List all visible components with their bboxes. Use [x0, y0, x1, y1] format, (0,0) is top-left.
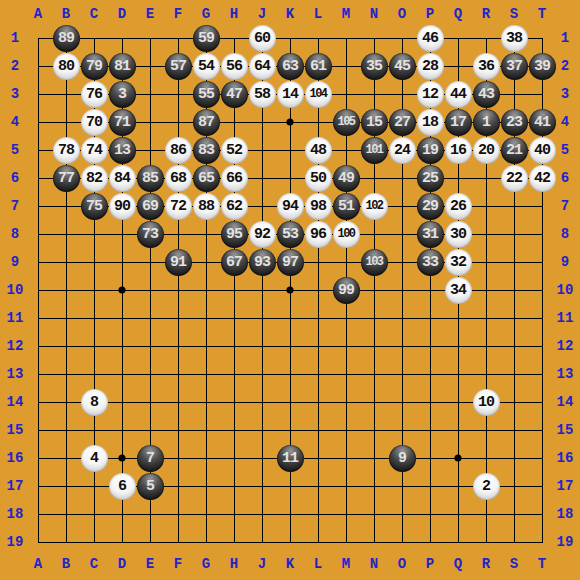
stone-white-L8[interactable]: 96: [305, 221, 332, 248]
stone-move-number: 63: [282, 59, 298, 74]
stone-white-R17[interactable]: 2: [473, 473, 500, 500]
stone-white-Q3[interactable]: 44: [445, 81, 472, 108]
col-label-bottom-A: A: [24, 556, 52, 572]
stone-move-number: 16: [450, 143, 466, 158]
go-board-diagram: AABBCCDDEEFFGGHHJJKKLLMMNNOOPPQQRRSSTT11…: [0, 0, 580, 580]
stone-white-D6[interactable]: 84: [109, 165, 136, 192]
stone-black-E8[interactable]: 73: [137, 221, 164, 248]
stone-move-number: 61: [310, 59, 326, 74]
stone-move-number: 104: [309, 88, 326, 100]
stone-move-number: 87: [198, 115, 214, 130]
col-label-bottom-O: O: [388, 556, 416, 572]
stone-black-D4[interactable]: 71: [109, 109, 136, 136]
stone-move-number: 4: [90, 451, 98, 466]
stone-black-H3[interactable]: 47: [221, 81, 248, 108]
stone-white-C14[interactable]: 8: [81, 389, 108, 416]
col-label-bottom-G: G: [192, 556, 220, 572]
col-label-top-Q: Q: [444, 6, 472, 22]
stone-move-number: 90: [114, 199, 130, 214]
stone-move-number: 92: [254, 227, 270, 242]
stone-move-number: 6: [118, 479, 126, 494]
col-label-top-D: D: [108, 6, 136, 22]
stone-move-number: 85: [142, 171, 158, 186]
stone-white-H2[interactable]: 56: [221, 53, 248, 80]
stone-move-number: 71: [114, 115, 130, 130]
stone-white-P2[interactable]: 28: [417, 53, 444, 80]
stone-black-T2[interactable]: 39: [529, 53, 556, 80]
stone-black-O4[interactable]: 27: [389, 109, 416, 136]
stone-move-number: 101: [365, 144, 382, 156]
stone-move-number: 44: [450, 87, 466, 102]
stone-move-number: 27: [394, 115, 410, 130]
col-label-top-L: L: [304, 6, 332, 22]
stone-black-M4[interactable]: 105: [333, 109, 360, 136]
stones-layer: 1234567891011121314151617181920212223242…: [24, 24, 556, 556]
stone-black-K16[interactable]: 11: [277, 445, 304, 472]
stone-move-number: 39: [534, 59, 550, 74]
stone-move-number: 20: [478, 143, 494, 158]
stone-move-number: 2: [482, 479, 490, 494]
stone-white-K3[interactable]: 14: [277, 81, 304, 108]
stone-white-O5[interactable]: 24: [389, 137, 416, 164]
stone-black-S2[interactable]: 37: [501, 53, 528, 80]
stone-white-G7[interactable]: 88: [193, 193, 220, 220]
col-label-bottom-P: P: [416, 556, 444, 572]
stone-black-F9[interactable]: 91: [165, 249, 192, 276]
stone-black-E17[interactable]: 5: [137, 473, 164, 500]
stone-move-number: 29: [422, 199, 438, 214]
col-label-bottom-N: N: [360, 556, 388, 572]
stone-white-F7[interactable]: 72: [165, 193, 192, 220]
stone-move-number: 105: [337, 116, 354, 128]
stone-black-G4[interactable]: 87: [193, 109, 220, 136]
stone-move-number: 96: [310, 227, 326, 242]
stone-black-T4[interactable]: 41: [529, 109, 556, 136]
stone-move-number: 89: [58, 31, 74, 46]
stone-move-number: 79: [86, 59, 102, 74]
stone-black-D2[interactable]: 81: [109, 53, 136, 80]
stone-white-P1[interactable]: 46: [417, 25, 444, 52]
stone-move-number: 45: [394, 59, 410, 74]
stone-black-C7[interactable]: 75: [81, 193, 108, 220]
col-label-bottom-R: R: [472, 556, 500, 572]
stone-move-number: 78: [58, 143, 74, 158]
stone-white-B2[interactable]: 80: [53, 53, 80, 80]
stone-white-P4[interactable]: 18: [417, 109, 444, 136]
stone-move-number: 102: [365, 200, 382, 212]
stone-white-C5[interactable]: 74: [81, 137, 108, 164]
stone-white-H6[interactable]: 66: [221, 165, 248, 192]
col-label-top-A: A: [24, 6, 52, 22]
stone-move-number: 26: [450, 199, 466, 214]
stone-move-number: 54: [198, 59, 214, 74]
col-label-top-F: F: [164, 6, 192, 22]
stone-black-B6[interactable]: 77: [53, 165, 80, 192]
stone-move-number: 67: [226, 255, 242, 270]
stone-black-G6[interactable]: 65: [193, 165, 220, 192]
stone-move-number: 40: [534, 143, 550, 158]
stone-move-number: 13: [114, 143, 130, 158]
col-label-top-R: R: [472, 6, 500, 22]
stone-move-number: 12: [422, 87, 438, 102]
col-label-top-T: T: [528, 6, 556, 22]
stone-white-S1[interactable]: 38: [501, 25, 528, 52]
stone-move-number: 21: [506, 143, 522, 158]
stone-move-number: 3: [118, 87, 126, 102]
stone-white-K7[interactable]: 94: [277, 193, 304, 220]
stone-move-number: 32: [450, 255, 466, 270]
col-label-bottom-E: E: [136, 556, 164, 572]
stone-move-number: 84: [114, 171, 130, 186]
stone-white-R14[interactable]: 10: [473, 389, 500, 416]
stone-white-L7[interactable]: 98: [305, 193, 332, 220]
stone-move-number: 11: [282, 451, 298, 466]
stone-move-number: 73: [142, 227, 158, 242]
stone-black-F2[interactable]: 57: [165, 53, 192, 80]
col-label-top-M: M: [332, 6, 360, 22]
col-label-top-J: J: [248, 6, 276, 22]
stone-black-P9[interactable]: 33: [417, 249, 444, 276]
stone-black-G3[interactable]: 55: [193, 81, 220, 108]
stone-black-D5[interactable]: 13: [109, 137, 136, 164]
stone-black-M7[interactable]: 51: [333, 193, 360, 220]
stone-move-number: 41: [534, 115, 550, 130]
stone-white-T6[interactable]: 42: [529, 165, 556, 192]
stone-move-number: 70: [86, 115, 102, 130]
stone-white-P3[interactable]: 12: [417, 81, 444, 108]
stone-move-number: 22: [506, 171, 522, 186]
stone-move-number: 80: [58, 59, 74, 74]
stone-black-K8[interactable]: 53: [277, 221, 304, 248]
stone-white-H7[interactable]: 62: [221, 193, 248, 220]
stone-white-C3[interactable]: 76: [81, 81, 108, 108]
stone-move-number: 53: [282, 227, 298, 242]
stone-white-D7[interactable]: 90: [109, 193, 136, 220]
stone-black-R3[interactable]: 43: [473, 81, 500, 108]
stone-white-R5[interactable]: 20: [473, 137, 500, 164]
col-label-top-O: O: [388, 6, 416, 22]
stone-white-Q10[interactable]: 34: [445, 277, 472, 304]
stone-white-D17[interactable]: 6: [109, 473, 136, 500]
stone-white-S6[interactable]: 22: [501, 165, 528, 192]
stone-move-number: 95: [226, 227, 242, 242]
col-label-top-E: E: [136, 6, 164, 22]
col-label-bottom-L: L: [304, 556, 332, 572]
col-label-top-S: S: [500, 6, 528, 22]
stone-white-L5[interactable]: 48: [305, 137, 332, 164]
stone-move-number: 15: [366, 115, 382, 130]
stone-black-O16[interactable]: 9: [389, 445, 416, 472]
stone-move-number: 64: [254, 59, 270, 74]
stone-move-number: 9: [398, 451, 406, 466]
stone-black-K2[interactable]: 63: [277, 53, 304, 80]
stone-black-H8[interactable]: 95: [221, 221, 248, 248]
stone-white-Q7[interactable]: 26: [445, 193, 472, 220]
col-label-bottom-M: M: [332, 556, 360, 572]
stone-move-number: 99: [338, 283, 354, 298]
stone-move-number: 62: [226, 199, 242, 214]
stone-black-E6[interactable]: 85: [137, 165, 164, 192]
stone-move-number: 65: [198, 171, 214, 186]
stone-move-number: 24: [394, 143, 410, 158]
stone-black-N9[interactable]: 103: [361, 249, 388, 276]
stone-white-L6[interactable]: 50: [305, 165, 332, 192]
stone-move-number: 5: [146, 479, 154, 494]
stone-white-L3[interactable]: 104: [305, 81, 332, 108]
col-label-top-N: N: [360, 6, 388, 22]
stone-move-number: 43: [478, 87, 494, 102]
stone-white-C16[interactable]: 4: [81, 445, 108, 472]
stone-move-number: 34: [450, 283, 466, 298]
stone-white-R2[interactable]: 36: [473, 53, 500, 80]
col-label-bottom-D: D: [108, 556, 136, 572]
stone-black-O2[interactable]: 45: [389, 53, 416, 80]
stone-black-G5[interactable]: 83: [193, 137, 220, 164]
stone-move-number: 23: [506, 115, 522, 130]
stone-black-P8[interactable]: 31: [417, 221, 444, 248]
stone-move-number: 50: [310, 171, 326, 186]
stone-move-number: 86: [170, 143, 186, 158]
stone-move-number: 74: [86, 143, 102, 158]
stone-move-number: 97: [282, 255, 298, 270]
stone-move-number: 82: [86, 171, 102, 186]
stone-black-M10[interactable]: 99: [333, 277, 360, 304]
stone-move-number: 100: [337, 228, 354, 240]
stone-black-M6[interactable]: 49: [333, 165, 360, 192]
stone-move-number: 56: [226, 59, 242, 74]
col-label-bottom-F: F: [164, 556, 192, 572]
stone-black-P6[interactable]: 25: [417, 165, 444, 192]
stone-move-number: 52: [226, 143, 242, 158]
stone-move-number: 72: [170, 199, 186, 214]
stone-move-number: 91: [170, 255, 186, 270]
col-label-top-C: C: [80, 6, 108, 22]
stone-black-H9[interactable]: 67: [221, 249, 248, 276]
col-label-top-H: H: [220, 6, 248, 22]
col-label-bottom-S: S: [500, 556, 528, 572]
col-label-top-P: P: [416, 6, 444, 22]
stone-black-C2[interactable]: 79: [81, 53, 108, 80]
stone-white-C4[interactable]: 70: [81, 109, 108, 136]
stone-move-number: 48: [310, 143, 326, 158]
stone-move-number: 38: [506, 31, 522, 46]
stone-black-N4[interactable]: 15: [361, 109, 388, 136]
stone-white-F6[interactable]: 68: [165, 165, 192, 192]
stone-black-K9[interactable]: 97: [277, 249, 304, 276]
col-label-bottom-C: C: [80, 556, 108, 572]
stone-move-number: 30: [450, 227, 466, 242]
stone-black-P7[interactable]: 29: [417, 193, 444, 220]
stone-move-number: 77: [58, 171, 74, 186]
stone-white-M8[interactable]: 100: [333, 221, 360, 248]
stone-black-E7[interactable]: 69: [137, 193, 164, 220]
stone-move-number: 66: [226, 171, 242, 186]
stone-move-number: 94: [282, 199, 298, 214]
stone-white-J1[interactable]: 60: [249, 25, 276, 52]
stone-move-number: 98: [310, 199, 326, 214]
stone-move-number: 81: [114, 59, 130, 74]
col-label-bottom-Q: Q: [444, 556, 472, 572]
col-label-bottom-K: K: [276, 556, 304, 572]
stone-move-number: 42: [534, 171, 550, 186]
stone-move-number: 7: [146, 451, 154, 466]
stone-move-number: 88: [198, 199, 214, 214]
stone-move-number: 57: [170, 59, 186, 74]
stone-move-number: 17: [450, 115, 466, 130]
stone-move-number: 68: [170, 171, 186, 186]
stone-black-R4[interactable]: 1: [473, 109, 500, 136]
stone-black-N5[interactable]: 101: [361, 137, 388, 164]
stone-white-N7[interactable]: 102: [361, 193, 388, 220]
stone-move-number: 19: [422, 143, 438, 158]
stone-white-Q9[interactable]: 32: [445, 249, 472, 276]
stone-black-P5[interactable]: 19: [417, 137, 444, 164]
stone-move-number: 103: [365, 256, 382, 268]
stone-move-number: 33: [422, 255, 438, 270]
stone-white-T5[interactable]: 40: [529, 137, 556, 164]
stone-black-S4[interactable]: 23: [501, 109, 528, 136]
stone-move-number: 93: [254, 255, 270, 270]
stone-white-C6[interactable]: 82: [81, 165, 108, 192]
col-label-top-B: B: [52, 6, 80, 22]
stone-move-number: 31: [422, 227, 438, 242]
col-label-bottom-J: J: [248, 556, 276, 572]
stone-white-G2[interactable]: 54: [193, 53, 220, 80]
stone-black-S5[interactable]: 21: [501, 137, 528, 164]
stone-black-J9[interactable]: 93: [249, 249, 276, 276]
stone-white-F5[interactable]: 86: [165, 137, 192, 164]
stone-move-number: 36: [478, 59, 494, 74]
stone-move-number: 10: [478, 395, 494, 410]
stone-black-B1[interactable]: 89: [53, 25, 80, 52]
stone-move-number: 25: [422, 171, 438, 186]
stone-white-J2[interactable]: 64: [249, 53, 276, 80]
stone-move-number: 83: [198, 143, 214, 158]
stone-white-H5[interactable]: 52: [221, 137, 248, 164]
stone-move-number: 69: [142, 199, 158, 214]
stone-move-number: 60: [254, 31, 270, 46]
stone-move-number: 28: [422, 59, 438, 74]
stone-move-number: 37: [506, 59, 522, 74]
stone-white-Q8[interactable]: 30: [445, 221, 472, 248]
stone-move-number: 49: [338, 171, 354, 186]
col-label-bottom-H: H: [220, 556, 248, 572]
stone-move-number: 51: [338, 199, 354, 214]
col-label-top-K: K: [276, 6, 304, 22]
stone-move-number: 8: [90, 395, 98, 410]
stone-move-number: 47: [226, 87, 242, 102]
stone-move-number: 18: [422, 115, 438, 130]
stone-black-D3[interactable]: 3: [109, 81, 136, 108]
stone-move-number: 1: [482, 115, 490, 130]
stone-white-J3[interactable]: 58: [249, 81, 276, 108]
stone-move-number: 76: [86, 87, 102, 102]
col-label-bottom-T: T: [528, 556, 556, 572]
col-label-bottom-B: B: [52, 556, 80, 572]
stone-white-Q5[interactable]: 16: [445, 137, 472, 164]
stone-white-J8[interactable]: 92: [249, 221, 276, 248]
stone-black-E16[interactable]: 7: [137, 445, 164, 472]
stone-move-number: 59: [198, 31, 214, 46]
stone-white-B5[interactable]: 78: [53, 137, 80, 164]
stone-move-number: 58: [254, 87, 270, 102]
stone-move-number: 55: [198, 87, 214, 102]
stone-black-L2[interactable]: 61: [305, 53, 332, 80]
stone-move-number: 14: [282, 87, 298, 102]
stone-black-Q4[interactable]: 17: [445, 109, 472, 136]
stone-move-number: 75: [86, 199, 102, 214]
stone-black-G1[interactable]: 59: [193, 25, 220, 52]
col-label-top-G: G: [192, 6, 220, 22]
stone-move-number: 35: [366, 59, 382, 74]
stone-move-number: 46: [422, 31, 438, 46]
stone-black-N2[interactable]: 35: [361, 53, 388, 80]
